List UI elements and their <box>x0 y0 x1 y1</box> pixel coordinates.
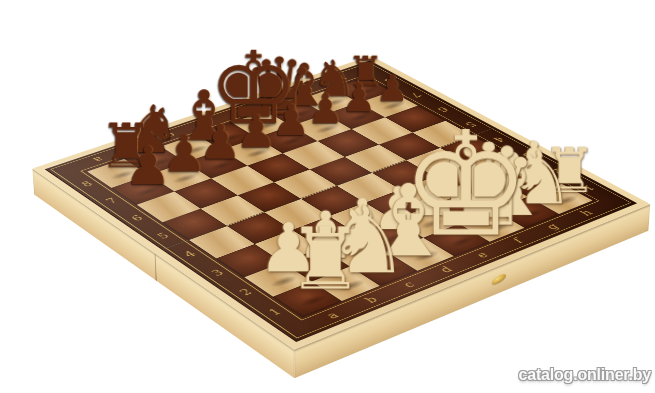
chess-board: ♜♞♝♚♛♝♞♜♟♟♟♟♟♟♟♟♟♟♟♟♟♟♟♟♜♞♝♚♛♝♞♜ aabbccd… <box>32 56 650 350</box>
rank-label-7-far: 7 <box>408 91 423 98</box>
rank-label-6-far: 6 <box>435 106 450 113</box>
rank-label-6-near: 6 <box>129 214 145 222</box>
rank-label-1-near: 1 <box>266 307 283 316</box>
rank-label-8-far: 8 <box>382 77 396 84</box>
file-label-f-far: f <box>269 97 281 103</box>
file-label-a-far: a <box>91 156 105 163</box>
watermark: catalog.onliner.by <box>519 366 651 384</box>
file-label-b-near: b <box>363 295 380 304</box>
rank-label-2-near: 2 <box>237 287 254 296</box>
brass-latch-icon <box>492 272 507 286</box>
edge-fold-seam <box>155 253 157 281</box>
file-label-c-far: c <box>164 132 178 139</box>
rank-label-4-near: 4 <box>182 250 198 259</box>
rank-label-4-far: 4 <box>491 136 506 143</box>
file-label-g-near: g <box>544 222 561 230</box>
file-label-f-near: f <box>511 237 525 244</box>
rank-label-7-near: 7 <box>104 197 119 205</box>
file-label-e-near: e <box>474 251 490 259</box>
file-label-b-far: b <box>127 144 142 151</box>
file-label-a-near: a <box>324 311 341 320</box>
file-label-d-near: d <box>438 265 455 274</box>
file-label-c-near: c <box>401 280 417 289</box>
file-label-d-far: d <box>199 120 214 127</box>
rank-label-5-far: 5 <box>463 121 478 128</box>
file-label-g-far: g <box>301 86 315 93</box>
file-label-h-near: h <box>578 209 595 217</box>
rank-label-1-far: 1 <box>580 184 596 192</box>
file-label-h-far: h <box>334 75 348 82</box>
product-photo-scene: ♜♞♝♚♛♝♞♜♟♟♟♟♟♟♟♟♟♟♟♟♟♟♟♟♜♞♝♚♛♝♞♜ aabbccd… <box>0 0 655 393</box>
rank-label-8-near: 8 <box>79 180 94 188</box>
board-border: ♜♞♝♚♛♝♞♜♟♟♟♟♟♟♟♟♟♟♟♟♟♟♟♟♜♞♝♚♛♝♞♜ aabbccd… <box>45 61 637 342</box>
file-label-e-far: e <box>234 108 248 115</box>
rank-label-5-near: 5 <box>155 231 171 239</box>
rank-label-3-near: 3 <box>209 268 225 277</box>
rank-label-3-far: 3 <box>520 151 536 158</box>
rank-label-2-far: 2 <box>549 167 565 175</box>
